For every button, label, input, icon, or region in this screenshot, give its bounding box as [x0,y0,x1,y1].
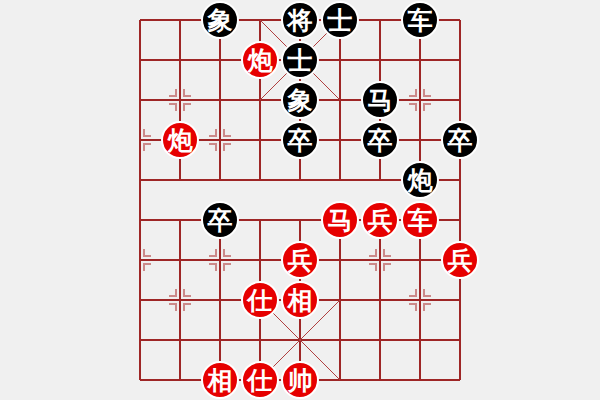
board-point [320,40,360,80]
piece-black-soldier[interactable]: 卒 [201,201,239,239]
point-4-9: 帅 [280,360,320,400]
point-2-0: 象 [200,0,240,40]
point-7-5: 车 [400,200,440,240]
board-point [320,160,360,200]
board-point [400,240,440,280]
point-5-5: 马 [320,200,360,240]
board-point [360,320,400,360]
board-point [120,320,160,360]
board-point [200,120,240,160]
point-1-3: 炮 [160,120,200,160]
point-3-7: 仕 [240,280,280,320]
point-3-9: 仕 [240,360,280,400]
board-point [360,280,400,320]
board-point [120,240,160,280]
piece-black-advisor[interactable]: 士 [321,1,359,39]
board-point [200,40,240,80]
board-point [160,80,200,120]
point-2-9: 相 [200,360,240,400]
board-point [160,160,200,200]
piece-black-soldier[interactable]: 卒 [281,121,319,159]
board-point [200,280,240,320]
point-5-0: 士 [320,0,360,40]
point-4-7: 相 [280,280,320,320]
point-7-0: 车 [400,0,440,40]
point-4-3: 卒 [280,120,320,160]
point-8-6: 兵 [440,240,480,280]
piece-red-cannon[interactable]: 炮 [161,121,199,159]
point-6-3: 卒 [360,120,400,160]
board-point [360,240,400,280]
board-point [120,200,160,240]
board-point [440,40,480,80]
board-point [400,320,440,360]
piece-red-horse[interactable]: 马 [321,201,359,239]
point-4-2: 象 [280,80,320,120]
board-point [160,40,200,80]
piece-black-advisor[interactable]: 士 [281,41,319,79]
board-point [360,160,400,200]
board-point [360,40,400,80]
board-point [160,240,200,280]
piece-black-soldier[interactable]: 卒 [441,121,479,159]
point-2-5: 卒 [200,200,240,240]
board-point [120,120,160,160]
board-point [240,80,280,120]
board-point [360,360,400,400]
board-point [320,240,360,280]
piece-red-chariot[interactable]: 车 [401,201,439,239]
point-7-4: 炮 [400,160,440,200]
board-point [280,160,320,200]
point-4-0: 将 [280,0,320,40]
board-point [120,0,160,40]
board-point [320,360,360,400]
board-point [160,0,200,40]
piece-red-advisor[interactable]: 仕 [241,361,279,399]
board-point [120,360,160,400]
piece-red-soldier[interactable]: 兵 [281,241,319,279]
piece-red-soldier[interactable]: 兵 [361,201,399,239]
piece-red-cannon[interactable]: 炮 [241,41,279,79]
board-point [440,200,480,240]
board-point [440,320,480,360]
point-6-2: 马 [360,80,400,120]
piece-red-advisor[interactable]: 仕 [241,281,279,319]
board-point [120,280,160,320]
point-4-1: 士 [280,40,320,80]
piece-black-soldier[interactable]: 卒 [361,121,399,159]
board-point [240,200,280,240]
board-point [120,40,160,80]
piece-black-horse[interactable]: 马 [361,81,399,119]
board-point [160,320,200,360]
board-point [400,40,440,80]
board-point [240,0,280,40]
board-point [320,280,360,320]
board-point [160,360,200,400]
board-point [400,280,440,320]
piece-red-soldier[interactable]: 兵 [441,241,479,279]
board-point [280,320,320,360]
piece-red-general[interactable]: 帅 [281,361,319,399]
piece-black-chariot[interactable]: 车 [401,1,439,39]
piece-red-elephant[interactable]: 相 [201,361,239,399]
board-point [320,120,360,160]
board-point [320,320,360,360]
board-point [400,80,440,120]
point-8-3: 卒 [440,120,480,160]
board-point [200,320,240,360]
board-point [160,280,200,320]
point-4-6: 兵 [280,240,320,280]
board-point [320,80,360,120]
piece-black-elephant[interactable]: 象 [281,81,319,119]
piece-black-cannon[interactable]: 炮 [401,161,439,199]
board-point [440,80,480,120]
board-point [200,240,240,280]
board-point [120,80,160,120]
board-point [440,160,480,200]
board-point [280,200,320,240]
board-point [120,160,160,200]
piece-black-elephant[interactable]: 象 [201,1,239,39]
board-point [160,200,200,240]
point-3-1: 炮 [240,40,280,80]
piece-red-elephant[interactable]: 相 [281,281,319,319]
board-point [200,160,240,200]
pieces-layer: 象将士车炮士象马炮卒卒卒炮卒马兵车兵兵仕相相仕帅 [120,0,480,400]
board-point [360,0,400,40]
xiangqi-board: 象将士车炮士象马炮卒卒卒炮卒马兵车兵兵仕相相仕帅 [0,0,600,400]
piece-black-general[interactable]: 将 [281,1,319,39]
board-point [240,320,280,360]
board-point [240,120,280,160]
board-point [440,0,480,40]
point-6-5: 兵 [360,200,400,240]
board-point [240,240,280,280]
board-point [400,120,440,160]
board-point [400,360,440,400]
board-point [440,360,480,400]
board-point [240,160,280,200]
board-point [440,280,480,320]
board-point [200,80,240,120]
